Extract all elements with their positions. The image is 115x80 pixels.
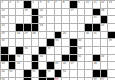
clue-number: 6 [47,1,49,4]
cell[interactable]: 53 [62,70,70,78]
cell[interactable]: 55 [55,78,63,80]
clue-number: 55 [55,78,58,80]
cell[interactable] [16,39,24,47]
cell[interactable] [16,9,24,17]
cell[interactable] [62,39,70,47]
cell[interactable] [85,39,93,47]
clue-number: 51 [32,70,35,73]
cell[interactable]: 9 [78,1,86,9]
cell[interactable] [9,47,17,55]
cell[interactable] [108,9,115,17]
cell[interactable] [70,32,78,40]
cell[interactable] [85,9,93,17]
clue-number: 48 [93,62,96,65]
cell[interactable]: 6 [47,1,55,9]
black-cell [39,70,47,78]
cell[interactable] [16,70,24,78]
cell[interactable]: 32 [1,39,9,47]
cell[interactable]: 15 [24,9,32,17]
cell[interactable] [47,55,55,63]
cell[interactable]: 11 [93,1,101,9]
clue-number: 41 [78,55,81,58]
clue-number: 39 [17,55,20,58]
clue-number: 9 [78,1,80,4]
cell[interactable]: 29 [62,32,70,40]
cell[interactable]: 57 [101,78,109,80]
clue-number: 1 [2,1,4,4]
cell[interactable] [47,9,55,17]
clue-number: 25 [2,32,5,35]
cell[interactable] [9,9,17,17]
cell[interactable]: 50 [9,70,17,78]
clue-number: 37 [47,47,50,50]
clue-number: 14 [2,9,5,12]
clue-number: 5 [40,1,42,4]
cell[interactable] [39,39,47,47]
clue-number: 7 [55,1,57,4]
cell[interactable]: 54 [1,78,9,80]
black-cell [32,16,40,24]
cell[interactable] [108,16,115,24]
cell[interactable] [9,78,17,80]
cell[interactable]: 56 [93,78,101,80]
clue-number: 53 [63,70,66,73]
cell[interactable] [62,47,70,55]
clue-number: 2 [9,1,11,4]
clue-number: 17 [70,9,73,12]
cell[interactable]: 51 [32,70,40,78]
cell[interactable] [108,55,115,63]
cell[interactable] [39,32,47,40]
clue-number: 13 [109,1,112,4]
clue-number: 46 [63,62,66,65]
cell[interactable]: 28 [32,32,40,40]
cell[interactable] [16,78,24,80]
cell[interactable] [93,39,101,47]
cell[interactable] [55,16,63,24]
cell[interactable]: 48 [93,62,101,70]
cell[interactable] [47,32,55,40]
cell[interactable] [47,24,55,32]
cell[interactable] [85,62,93,70]
cell[interactable] [85,55,93,63]
cell[interactable] [85,70,93,78]
cell[interactable] [55,24,63,32]
cell[interactable] [47,16,55,24]
cell[interactable]: 36 [24,47,32,55]
clue-number: 32 [2,39,5,42]
clue-number: 31 [93,32,96,35]
cell[interactable]: 18 [101,9,109,17]
cell[interactable] [70,70,78,78]
clue-number: 35 [109,39,112,42]
cell[interactable] [93,47,101,55]
clue-number: 15 [24,9,27,12]
cell[interactable]: 27 [24,32,32,40]
cell[interactable]: 52 [47,70,55,78]
cell[interactable]: 4 [32,1,40,9]
cell[interactable]: 24 [101,24,109,32]
black-cell [32,9,40,17]
cell[interactable]: 10 [85,1,93,9]
clue-number: 52 [47,70,50,73]
cell[interactable]: 44 [16,62,24,70]
cell[interactable] [24,16,32,24]
cell[interactable] [9,16,17,24]
black-cell [39,78,47,80]
cell[interactable] [32,39,40,47]
cell[interactable] [108,47,115,55]
cell[interactable] [55,47,63,55]
crossword-grid: 1234567891011121314151617181920212223242… [0,0,115,80]
clue-number: 3 [17,1,19,4]
cell[interactable] [78,70,86,78]
clue-number: 8 [63,1,65,4]
black-cell [24,78,32,80]
cell[interactable] [9,39,17,47]
cell[interactable]: 26 [16,32,24,40]
clue-number: 49 [2,70,5,73]
cell[interactable] [85,16,93,24]
clue-number: 16 [40,9,43,12]
clue-number: 4 [32,1,34,4]
clue-number: 10 [86,1,89,4]
clue-number: 56 [93,78,96,80]
cell[interactable] [32,78,40,80]
cell[interactable] [78,78,86,80]
cell[interactable] [24,55,32,63]
clue-number: 54 [2,78,5,80]
cell[interactable]: 47 [70,62,78,70]
cell[interactable]: 40 [39,55,47,63]
clue-number: 12 [101,1,104,4]
cell[interactable] [85,47,93,55]
cell[interactable]: 3 [16,1,24,9]
clue-number: 47 [70,62,73,65]
clue-number: 26 [17,32,20,35]
cell[interactable]: 8 [62,1,70,9]
cell[interactable] [9,32,17,40]
cell[interactable] [108,70,115,78]
cell[interactable] [70,16,78,24]
clue-number: 42 [101,55,104,58]
cell[interactable]: 17 [70,9,78,17]
cell[interactable]: 37 [47,47,55,55]
cell[interactable] [78,16,86,24]
cell[interactable] [101,32,109,40]
cell[interactable]: 31 [93,32,101,40]
clue-number: 38 [78,47,81,50]
clue-number: 30 [86,32,89,35]
cell[interactable]: 41 [78,55,86,63]
cell[interactable] [70,78,78,80]
clue-number: 45 [55,62,58,65]
clue-number: 19 [2,16,5,19]
cell[interactable]: 23 [39,24,47,32]
clue-number: 24 [101,24,104,27]
cell[interactable]: 35 [108,39,115,47]
black-cell [32,55,40,63]
black-cell [24,70,32,78]
cell[interactable] [78,9,86,17]
clue-number: 11 [93,1,96,4]
clue-number: 33 [55,39,58,42]
clue-number: 36 [24,47,27,50]
cell[interactable]: 13 [108,1,115,9]
cell[interactable] [108,62,115,70]
cell[interactable]: 30 [85,32,93,40]
clue-number: 27 [24,32,27,35]
cell[interactable] [24,62,32,70]
cell[interactable] [85,78,93,80]
clue-number: 57 [101,78,104,80]
clue-number: 34 [78,39,81,42]
clue-number: 40 [40,55,43,58]
cell[interactable]: 21 [93,16,101,24]
cell[interactable] [62,9,70,17]
black-cell [9,55,17,63]
cell[interactable] [39,62,47,70]
clue-number: 50 [9,70,12,73]
cell[interactable]: 7 [55,1,63,9]
cell[interactable] [101,62,109,70]
clue-number: 21 [93,16,96,19]
cell[interactable]: 33 [55,39,63,47]
cell[interactable]: 2 [9,1,17,9]
clue-number: 43 [2,62,5,65]
clue-number: 28 [32,32,35,35]
black-cell [1,47,9,55]
clue-number: 20 [40,16,43,19]
black-cell [70,47,78,55]
cell[interactable] [55,9,63,17]
clue-number: 44 [17,62,20,65]
cell[interactable] [78,24,86,32]
cell[interactable]: 45 [55,62,63,70]
cell[interactable] [62,16,70,24]
cell[interactable]: 42 [101,55,109,63]
clue-number: 22 [2,24,5,27]
cell[interactable] [70,24,78,32]
clue-number: 29 [63,32,66,35]
cell[interactable] [9,24,17,32]
cell[interactable] [108,24,115,32]
cell[interactable] [32,47,40,55]
black-cell [47,78,55,80]
cell[interactable] [62,78,70,80]
cell[interactable] [16,16,24,24]
black-cell [70,39,78,47]
cell[interactable] [78,62,86,70]
cell[interactable] [101,39,109,47]
clue-number: 18 [101,9,104,12]
clue-number: 23 [40,24,43,27]
cell[interactable] [108,78,115,80]
